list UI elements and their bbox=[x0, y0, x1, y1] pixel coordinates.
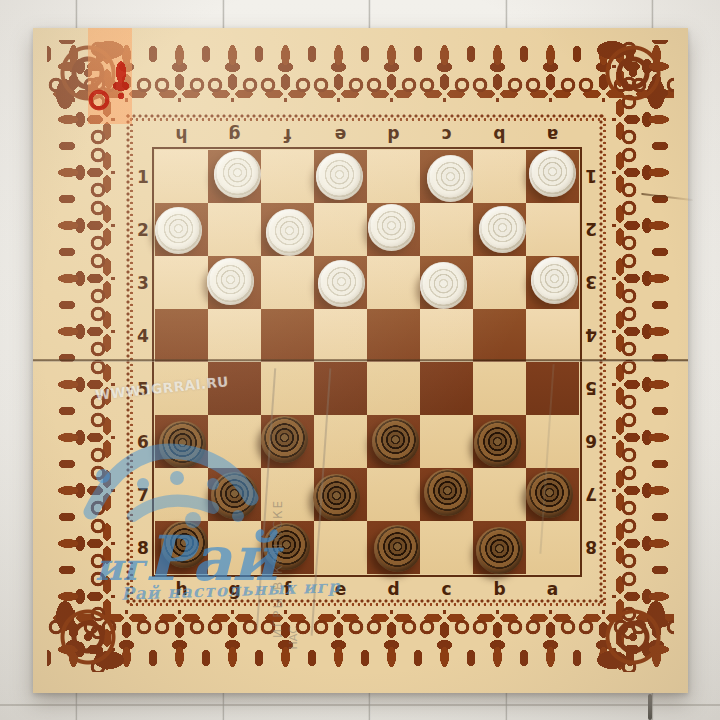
dark-checker-b6[interactable]: ⛂ bbox=[474, 420, 521, 467]
watermark-stamp-fragment: НАС bbox=[287, 626, 300, 649]
square-b7[interactable] bbox=[473, 468, 526, 521]
square-c1[interactable]: ⛀ bbox=[420, 150, 473, 203]
square-e4[interactable] bbox=[314, 309, 367, 362]
file-label-top-h: h bbox=[155, 122, 208, 148]
square-g7[interactable]: ⛂ bbox=[208, 468, 261, 521]
white-checker-c1[interactable]: ⛀ bbox=[427, 155, 474, 202]
dark-checker-h6[interactable]: ⛂ bbox=[159, 421, 206, 468]
square-f2[interactable]: ⛀ bbox=[261, 203, 314, 256]
square-h7[interactable] bbox=[155, 468, 208, 521]
white-checker-d2[interactable]: ⛀ bbox=[368, 204, 415, 251]
square-d1[interactable] bbox=[367, 150, 420, 203]
checkers-board: hgfedcba hgfedcba 12345678 12345678 ⛀⛀⛀⛀… bbox=[33, 28, 688, 693]
file-label-top-e: e bbox=[314, 122, 367, 148]
square-c8[interactable] bbox=[420, 521, 473, 574]
file-label-bottom-f: f bbox=[261, 576, 314, 602]
square-e3[interactable]: ⛀ bbox=[314, 256, 367, 309]
rank-label-right-8: 8 bbox=[578, 521, 604, 574]
square-h6[interactable]: ⛂ bbox=[155, 415, 208, 468]
red-stamp-ornament bbox=[81, 56, 137, 120]
square-b2[interactable]: ⛀ bbox=[473, 203, 526, 256]
rank-label-right-5: 5 bbox=[578, 362, 604, 415]
square-c2[interactable] bbox=[420, 203, 473, 256]
white-plank-table-background: hgfedcba hgfedcba 12345678 12345678 ⛀⛀⛀⛀… bbox=[0, 0, 720, 720]
square-h1[interactable] bbox=[155, 150, 208, 203]
square-a3[interactable]: ⛀ bbox=[526, 256, 579, 309]
square-c4[interactable] bbox=[420, 309, 473, 362]
dark-checker-a7[interactable]: ⛂ bbox=[526, 471, 573, 518]
rank-label-right-3: 3 bbox=[578, 256, 604, 309]
file-label-bottom-e: e bbox=[314, 576, 367, 602]
square-c6[interactable] bbox=[420, 415, 473, 468]
square-e2[interactable] bbox=[314, 203, 367, 256]
square-a8[interactable] bbox=[526, 521, 579, 574]
square-e8[interactable] bbox=[314, 521, 367, 574]
rank-label-left-3: 3 bbox=[130, 256, 156, 309]
square-g6[interactable] bbox=[208, 415, 261, 468]
square-b4[interactable] bbox=[473, 309, 526, 362]
square-g8[interactable] bbox=[208, 521, 261, 574]
square-g5[interactable] bbox=[208, 362, 261, 415]
square-d8[interactable]: ⛂ bbox=[367, 521, 420, 574]
file-label-bottom-g: g bbox=[208, 576, 261, 602]
square-b1[interactable] bbox=[473, 150, 526, 203]
square-g3[interactable]: ⛀ bbox=[208, 256, 261, 309]
square-d6[interactable]: ⛂ bbox=[367, 415, 420, 468]
square-a2[interactable] bbox=[526, 203, 579, 256]
dark-checker-h8[interactable]: ⛂ bbox=[161, 521, 208, 568]
square-d4[interactable] bbox=[367, 309, 420, 362]
square-c7[interactable]: ⛂ bbox=[420, 468, 473, 521]
white-checker-g1[interactable]: ⛀ bbox=[214, 151, 261, 198]
file-label-top-b: b bbox=[473, 122, 526, 148]
square-h8[interactable]: ⛂ bbox=[155, 521, 208, 574]
rank-label-right-1: 1 bbox=[578, 150, 604, 203]
rank-label-right-7: 7 bbox=[578, 468, 604, 521]
white-checker-c3[interactable]: ⛀ bbox=[420, 262, 467, 309]
file-label-top-d: d bbox=[367, 122, 420, 148]
square-b5[interactable] bbox=[473, 362, 526, 415]
dark-checker-b8[interactable]: ⛂ bbox=[476, 527, 523, 574]
square-d2[interactable]: ⛀ bbox=[367, 203, 420, 256]
dark-checker-f8[interactable]: ⛂ bbox=[263, 523, 310, 570]
white-checker-f2[interactable]: ⛀ bbox=[266, 209, 313, 256]
square-h5[interactable] bbox=[155, 362, 208, 415]
rank-label-left-7: 7 bbox=[130, 468, 156, 521]
square-h3[interactable] bbox=[155, 256, 208, 309]
file-label-bottom-b: b bbox=[473, 576, 526, 602]
square-g1[interactable]: ⛀ bbox=[208, 150, 261, 203]
square-f4[interactable] bbox=[261, 309, 314, 362]
white-checker-a3[interactable]: ⛀ bbox=[531, 257, 578, 304]
square-a6[interactable] bbox=[526, 415, 579, 468]
square-f7[interactable] bbox=[261, 468, 314, 521]
wood-crack bbox=[641, 193, 693, 201]
white-checker-a1[interactable]: ⛀ bbox=[529, 150, 576, 197]
square-c5[interactable] bbox=[420, 362, 473, 415]
square-e5[interactable] bbox=[314, 362, 367, 415]
file-label-bottom-d: d bbox=[367, 576, 420, 602]
white-checker-b2[interactable]: ⛀ bbox=[479, 206, 526, 253]
metal-pin bbox=[648, 694, 652, 720]
square-h4[interactable] bbox=[155, 309, 208, 362]
rank-label-right-6: 6 bbox=[578, 415, 604, 468]
ornament-band-top bbox=[47, 40, 674, 106]
square-a7[interactable]: ⛂ bbox=[526, 468, 579, 521]
file-label-bottom-c: c bbox=[420, 576, 473, 602]
square-d7[interactable] bbox=[367, 468, 420, 521]
ornament-band-left bbox=[53, 40, 119, 672]
file-label-top-a: a bbox=[526, 122, 579, 148]
square-f1[interactable] bbox=[261, 150, 314, 203]
rank-label-left-6: 6 bbox=[130, 415, 156, 468]
file-label-top-c: c bbox=[420, 122, 473, 148]
square-b8[interactable]: ⛂ bbox=[473, 521, 526, 574]
white-checker-g3[interactable]: ⛀ bbox=[207, 258, 254, 305]
rank-label-left-5: 5 bbox=[130, 362, 156, 415]
dark-checker-d8[interactable]: ⛂ bbox=[374, 525, 421, 572]
board-fold-seam bbox=[33, 359, 688, 362]
file-label-top-f: f bbox=[261, 122, 314, 148]
dark-checker-d6[interactable]: ⛂ bbox=[372, 418, 419, 465]
square-f3[interactable] bbox=[261, 256, 314, 309]
square-a4[interactable] bbox=[526, 309, 579, 362]
square-b6[interactable]: ⛂ bbox=[473, 415, 526, 468]
file-label-bottom-a: a bbox=[526, 576, 579, 602]
orange-sticker bbox=[88, 28, 132, 124]
white-checker-e1[interactable]: ⛀ bbox=[316, 153, 363, 200]
ornament-corner-bottom-right bbox=[596, 600, 670, 674]
rank-label-right-2: 2 bbox=[578, 203, 604, 256]
file-label-bottom-h: h bbox=[155, 576, 208, 602]
dark-checker-c7[interactable]: ⛂ bbox=[424, 469, 471, 516]
square-g2[interactable] bbox=[208, 203, 261, 256]
rank-label-right-4: 4 bbox=[578, 309, 604, 362]
ornament-band-right bbox=[608, 40, 674, 672]
ornament-corner-top-left bbox=[51, 36, 125, 110]
rank-label-left-2: 2 bbox=[130, 203, 156, 256]
square-a1[interactable]: ⛀ bbox=[526, 150, 579, 203]
square-d5[interactable] bbox=[367, 362, 420, 415]
ornament-corner-top-right bbox=[596, 36, 670, 110]
rank-label-left-4: 4 bbox=[130, 309, 156, 362]
rank-label-left-8: 8 bbox=[130, 521, 156, 574]
ornament-band-bottom bbox=[47, 606, 674, 672]
white-checker-e3[interactable]: ⛀ bbox=[318, 260, 365, 307]
square-g4[interactable] bbox=[208, 309, 261, 362]
photo-of-checkers-board: { "game": "checkers", "variant": "Russia… bbox=[0, 0, 720, 720]
square-f5[interactable] bbox=[261, 362, 314, 415]
square-e1[interactable]: ⛀ bbox=[314, 150, 367, 203]
square-b3[interactable] bbox=[473, 256, 526, 309]
white-checker-h2[interactable]: ⛀ bbox=[155, 207, 202, 254]
plank-seam-line bbox=[0, 704, 720, 706]
file-label-top-g: g bbox=[208, 122, 261, 148]
square-f8[interactable]: ⛂ bbox=[261, 521, 314, 574]
square-d3[interactable] bbox=[367, 256, 420, 309]
rank-label-left-1: 1 bbox=[130, 150, 156, 203]
square-h2[interactable]: ⛀ bbox=[155, 203, 208, 256]
dotted-frame-top bbox=[126, 114, 606, 121]
dark-checker-g7[interactable]: ⛂ bbox=[211, 472, 258, 519]
square-c3[interactable]: ⛀ bbox=[420, 256, 473, 309]
ornament-corner-bottom-left bbox=[51, 600, 125, 674]
